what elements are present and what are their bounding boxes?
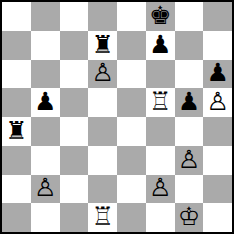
square-e5[interactable] [117, 88, 146, 117]
square-a4[interactable]: ♜ [2, 117, 31, 146]
square-g1[interactable]: ♔ [175, 203, 204, 232]
square-a3[interactable] [2, 146, 31, 175]
square-a6[interactable] [2, 60, 31, 89]
piece-white-pawn: ♙ [178, 147, 200, 172]
piece-black-rook: ♜ [5, 118, 27, 143]
square-c6[interactable] [60, 60, 89, 89]
square-h8[interactable] [203, 2, 232, 31]
square-g7[interactable] [175, 31, 204, 60]
square-b2[interactable]: ♙ [31, 175, 60, 204]
piece-white-pawn: ♙ [91, 60, 113, 85]
piece-black-pawn: ♟ [206, 60, 228, 85]
square-a8[interactable] [2, 2, 31, 31]
square-f1[interactable] [146, 203, 175, 232]
square-f6[interactable] [146, 60, 175, 89]
square-h7[interactable] [203, 31, 232, 60]
square-e6[interactable] [117, 60, 146, 89]
square-g6[interactable] [175, 60, 204, 89]
square-d2[interactable] [88, 175, 117, 204]
piece-black-pawn: ♟ [149, 32, 171, 57]
piece-black-pawn: ♟ [34, 89, 56, 114]
square-c1[interactable] [60, 203, 89, 232]
square-e1[interactable] [117, 203, 146, 232]
square-c7[interactable] [60, 31, 89, 60]
square-g3[interactable]: ♙ [175, 146, 204, 175]
square-d4[interactable] [88, 117, 117, 146]
square-g8[interactable] [175, 2, 204, 31]
square-c8[interactable] [60, 2, 89, 31]
square-c4[interactable] [60, 117, 89, 146]
chess-board-frame: ♚♜♟♙♟♟♖♟♙♜♙♙♙♖♔ [0, 0, 234, 234]
square-a2[interactable] [2, 175, 31, 204]
square-a5[interactable] [2, 88, 31, 117]
square-c2[interactable] [60, 175, 89, 204]
chess-board: ♚♜♟♙♟♟♖♟♙♜♙♙♙♖♔ [2, 2, 232, 232]
piece-white-pawn: ♙ [34, 175, 56, 200]
square-g5[interactable]: ♟ [175, 88, 204, 117]
square-e3[interactable] [117, 146, 146, 175]
square-d3[interactable] [88, 146, 117, 175]
square-h1[interactable] [203, 203, 232, 232]
piece-white-king: ♔ [178, 204, 200, 229]
piece-white-pawn: ♙ [149, 175, 171, 200]
square-b8[interactable] [31, 2, 60, 31]
square-g4[interactable] [175, 117, 204, 146]
square-d1[interactable]: ♖ [88, 203, 117, 232]
square-b4[interactable] [31, 117, 60, 146]
square-c3[interactable] [60, 146, 89, 175]
square-f8[interactable]: ♚ [146, 2, 175, 31]
piece-white-pawn: ♙ [206, 89, 228, 114]
square-a1[interactable] [2, 203, 31, 232]
square-h4[interactable] [203, 117, 232, 146]
square-f4[interactable] [146, 117, 175, 146]
square-h6[interactable]: ♟ [203, 60, 232, 89]
square-b6[interactable] [31, 60, 60, 89]
square-d8[interactable] [88, 2, 117, 31]
square-e8[interactable] [117, 2, 146, 31]
square-b5[interactable]: ♟ [31, 88, 60, 117]
square-b3[interactable] [31, 146, 60, 175]
square-b1[interactable] [31, 203, 60, 232]
square-h2[interactable] [203, 175, 232, 204]
square-h3[interactable] [203, 146, 232, 175]
square-f5[interactable]: ♖ [146, 88, 175, 117]
square-g2[interactable] [175, 175, 204, 204]
square-e4[interactable] [117, 117, 146, 146]
piece-black-rook: ♜ [91, 32, 113, 57]
square-f7[interactable]: ♟ [146, 31, 175, 60]
square-d5[interactable] [88, 88, 117, 117]
square-b7[interactable] [31, 31, 60, 60]
square-a7[interactable] [2, 31, 31, 60]
square-d6[interactable]: ♙ [88, 60, 117, 89]
square-e7[interactable] [117, 31, 146, 60]
piece-white-rook: ♖ [91, 204, 113, 229]
square-e2[interactable] [117, 175, 146, 204]
square-d7[interactable]: ♜ [88, 31, 117, 60]
square-c5[interactable] [60, 88, 89, 117]
piece-black-pawn: ♟ [178, 89, 200, 114]
piece-white-rook: ♖ [149, 89, 171, 114]
square-h5[interactable]: ♙ [203, 88, 232, 117]
square-f3[interactable] [146, 146, 175, 175]
piece-black-king: ♚ [149, 3, 171, 28]
square-f2[interactable]: ♙ [146, 175, 175, 204]
